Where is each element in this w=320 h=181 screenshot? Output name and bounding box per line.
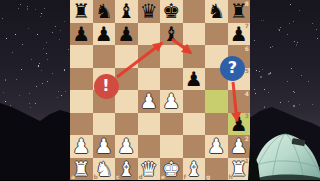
piece-white-pawn[interactable]: ♟ bbox=[207, 136, 225, 156]
thumbnail: ♜♞♝♛♚♞♜8♟♟♟♝♟76♟5♟♟4♟3♟♟♟♟♟2♜a♞b♝c♛d♚e♝f… bbox=[0, 0, 320, 180]
square-a5[interactable] bbox=[70, 68, 93, 91]
exclamation-symbol: ! bbox=[102, 78, 109, 94]
file-label-g: g bbox=[206, 174, 210, 180]
square-a1[interactable]: ♜a bbox=[70, 158, 93, 181]
square-f1[interactable]: ♝f bbox=[183, 158, 206, 181]
piece-black-pawn[interactable]: ♟ bbox=[185, 69, 203, 89]
square-a4[interactable] bbox=[70, 90, 93, 113]
piece-white-pawn[interactable]: ♟ bbox=[117, 136, 135, 156]
piece-black-queen[interactable]: ♛ bbox=[140, 1, 158, 21]
square-a2[interactable]: ♟ bbox=[70, 135, 93, 158]
square-e5[interactable] bbox=[160, 68, 183, 91]
piece-black-rook[interactable]: ♜ bbox=[230, 1, 248, 21]
square-c3[interactable] bbox=[115, 113, 138, 136]
piece-white-bishop[interactable]: ♝ bbox=[185, 159, 203, 179]
piece-black-knight[interactable]: ♞ bbox=[207, 1, 225, 21]
piece-white-bishop[interactable]: ♝ bbox=[117, 159, 135, 179]
question-symbol: ? bbox=[228, 60, 237, 76]
piece-white-knight[interactable]: ♞ bbox=[95, 159, 113, 179]
square-f3[interactable] bbox=[183, 113, 206, 136]
square-h4[interactable]: 4 bbox=[228, 90, 251, 113]
square-c1[interactable]: ♝c bbox=[115, 158, 138, 181]
piece-white-pawn[interactable]: ♟ bbox=[95, 136, 113, 156]
square-e3[interactable] bbox=[160, 113, 183, 136]
piece-white-pawn[interactable]: ♟ bbox=[140, 91, 158, 111]
square-e2[interactable] bbox=[160, 135, 183, 158]
square-e8[interactable]: ♚ bbox=[160, 0, 183, 23]
square-c7[interactable]: ♟ bbox=[115, 23, 138, 46]
piece-white-rook[interactable]: ♜ bbox=[72, 159, 90, 179]
exclamation-badge: ! bbox=[94, 74, 119, 99]
piece-black-pawn[interactable]: ♟ bbox=[117, 24, 135, 44]
square-f7[interactable] bbox=[183, 23, 206, 46]
square-g3[interactable] bbox=[205, 113, 228, 136]
square-e7[interactable]: ♝ bbox=[160, 23, 183, 46]
square-h8[interactable]: ♜8 bbox=[228, 0, 251, 23]
square-a7[interactable]: ♟ bbox=[70, 23, 93, 46]
piece-white-pawn[interactable]: ♟ bbox=[72, 136, 90, 156]
piece-white-pawn[interactable]: ♟ bbox=[162, 91, 180, 111]
piece-black-pawn[interactable]: ♟ bbox=[72, 24, 90, 44]
square-b6[interactable] bbox=[93, 45, 116, 68]
piece-black-rook[interactable]: ♜ bbox=[72, 1, 90, 21]
square-a8[interactable]: ♜ bbox=[70, 0, 93, 23]
square-c6[interactable] bbox=[115, 45, 138, 68]
square-d4[interactable]: ♟ bbox=[138, 90, 161, 113]
rank-label-6: 6 bbox=[245, 46, 249, 52]
square-a3[interactable] bbox=[70, 113, 93, 136]
piece-black-bishop[interactable]: ♝ bbox=[117, 1, 135, 21]
rank-label-5: 5 bbox=[245, 68, 249, 74]
square-c4[interactable] bbox=[115, 90, 138, 113]
piece-black-bishop[interactable]: ♝ bbox=[162, 24, 180, 44]
square-d8[interactable]: ♛ bbox=[138, 0, 161, 23]
square-f6[interactable] bbox=[183, 45, 206, 68]
square-c8[interactable]: ♝ bbox=[115, 0, 138, 23]
square-a6[interactable] bbox=[70, 45, 93, 68]
square-g2[interactable]: ♟ bbox=[205, 135, 228, 158]
square-d2[interactable] bbox=[138, 135, 161, 158]
square-e4[interactable]: ♟ bbox=[160, 90, 183, 113]
square-g4[interactable] bbox=[205, 90, 228, 113]
square-f4[interactable] bbox=[183, 90, 206, 113]
square-g8[interactable]: ♞ bbox=[205, 0, 228, 23]
square-g1[interactable]: g bbox=[205, 158, 228, 181]
square-b1[interactable]: ♞b bbox=[93, 158, 116, 181]
square-d6[interactable] bbox=[138, 45, 161, 68]
piece-white-king[interactable]: ♚ bbox=[162, 159, 180, 179]
square-d5[interactable] bbox=[138, 68, 161, 91]
square-e1[interactable]: ♚e bbox=[160, 158, 183, 181]
square-b7[interactable]: ♟ bbox=[93, 23, 116, 46]
square-b3[interactable] bbox=[93, 113, 116, 136]
piece-white-queen[interactable]: ♛ bbox=[140, 159, 158, 179]
square-g7[interactable] bbox=[205, 23, 228, 46]
square-f5[interactable]: ♟ bbox=[183, 68, 206, 91]
square-e6[interactable] bbox=[160, 45, 183, 68]
square-h7[interactable]: ♟7 bbox=[228, 23, 251, 46]
piece-black-king[interactable]: ♚ bbox=[162, 1, 180, 21]
rank-label-4: 4 bbox=[245, 91, 249, 97]
square-b2[interactable]: ♟ bbox=[93, 135, 116, 158]
square-d3[interactable] bbox=[138, 113, 161, 136]
square-f8[interactable] bbox=[183, 0, 206, 23]
square-d1[interactable]: ♛d bbox=[138, 158, 161, 181]
square-d7[interactable] bbox=[138, 23, 161, 46]
question-badge: ? bbox=[220, 56, 245, 81]
square-b8[interactable]: ♞ bbox=[93, 0, 116, 23]
tent-photo bbox=[246, 122, 320, 180]
square-c2[interactable]: ♟ bbox=[115, 135, 138, 158]
square-f2[interactable] bbox=[183, 135, 206, 158]
piece-black-pawn[interactable]: ♟ bbox=[230, 24, 248, 44]
piece-black-knight[interactable]: ♞ bbox=[95, 1, 113, 21]
piece-black-pawn[interactable]: ♟ bbox=[95, 24, 113, 44]
